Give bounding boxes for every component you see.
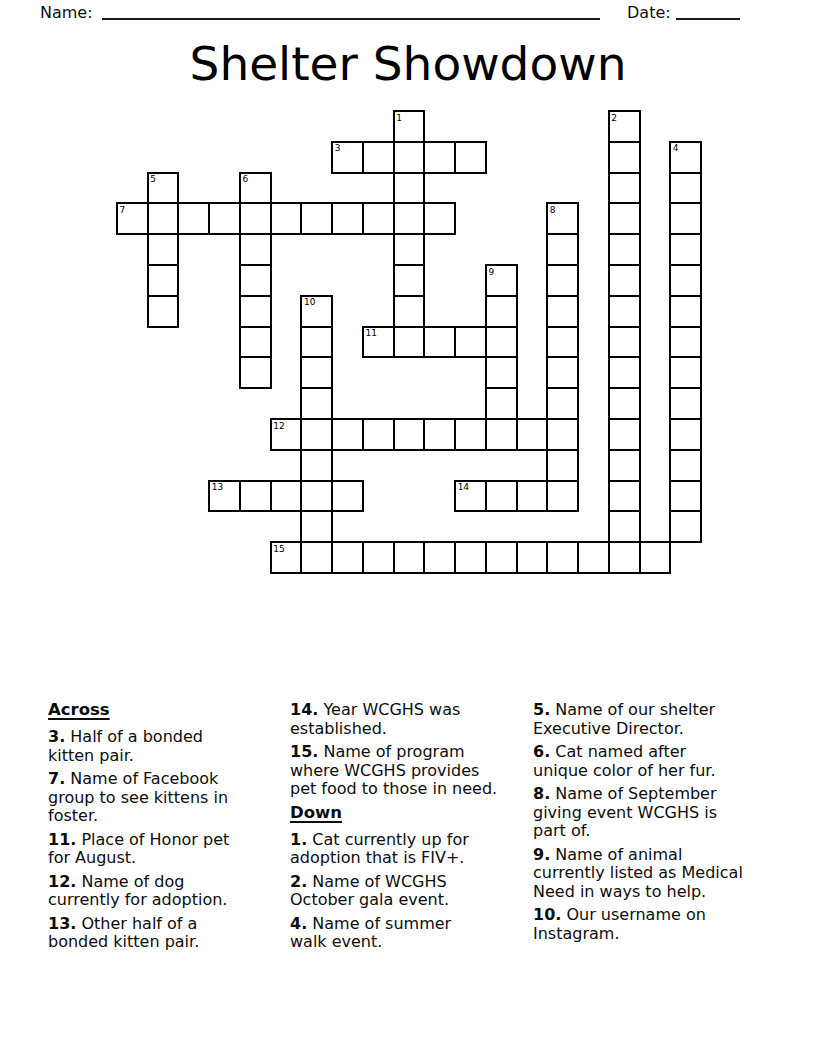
grid-cell-r10c16[interactable] (608, 418, 641, 451)
grid-cell-r1c10[interactable] (423, 141, 456, 174)
grid-cell-r9c16[interactable] (608, 387, 641, 420)
clue-down-8: 8. Name of September giving event WCGHS … (533, 785, 781, 841)
cell-number-6: 6 (242, 175, 248, 184)
grid-cell-r2c16[interactable] (608, 172, 641, 205)
cell-number-13: 13 (212, 483, 223, 492)
grid-cell-r12c5[interactable] (270, 480, 303, 513)
name-label: Name: (40, 3, 93, 22)
grid-cell-r4c9[interactable] (393, 233, 426, 266)
grid-cell-r13c16[interactable] (608, 510, 641, 543)
across-heading: Across (48, 701, 282, 720)
grid-cell-r3c2[interactable] (177, 202, 210, 235)
grid-cell-r4c4[interactable] (239, 233, 272, 266)
clue-number: 2. (290, 872, 307, 891)
grid-cell-r12c14[interactable] (546, 480, 579, 513)
cell-number-7: 7 (120, 206, 126, 215)
grid-cell-r6c18[interactable] (669, 295, 702, 328)
grid-cell-r1c9[interactable] (393, 141, 426, 174)
page-title: Shelter Showdown (0, 36, 816, 91)
grid-cell-r11c14[interactable] (546, 449, 579, 482)
clue-number: 8. (533, 784, 550, 803)
cell-number-2: 2 (611, 114, 617, 123)
clue-number: 11. (48, 830, 76, 849)
grid-cell-r3c7[interactable] (331, 202, 364, 235)
clue-across-7: 7. Name of Facebook group to see kittens… (48, 770, 282, 826)
clue-number: 10. (533, 905, 561, 924)
grid-cell-r6c12[interactable] (485, 295, 518, 328)
grid-cell-r2c18[interactable] (669, 172, 702, 205)
grid-cell-r3c5[interactable] (270, 202, 303, 235)
grid-cell-r14c14[interactable] (546, 541, 579, 574)
grid-cell-r3c8[interactable] (362, 202, 395, 235)
grid-cell-r3c3[interactable] (208, 202, 241, 235)
grid-cell-r8c4[interactable] (239, 356, 272, 389)
grid-cell-r12c12[interactable] (485, 480, 518, 513)
grid-cell-r10c18[interactable] (669, 418, 702, 451)
clue-down-5: 5. Name of our shelter Executive Directo… (533, 701, 781, 738)
grid-cell-r14c15[interactable] (577, 541, 610, 574)
grid-cell-r6c1[interactable] (147, 295, 180, 328)
grid-cell-r13c6[interactable] (300, 510, 333, 543)
clue-number: 9. (533, 845, 550, 864)
grid-cell-r4c14[interactable] (546, 233, 579, 266)
cell-number-1: 1 (396, 114, 402, 123)
grid-cell-r10c7[interactable] (331, 418, 364, 451)
cell-number-14: 14 (458, 483, 469, 492)
grid-cell-r13c18[interactable] (669, 510, 702, 543)
grid-cell-r3c9[interactable] (393, 202, 426, 235)
clue-number: 12. (48, 872, 76, 891)
grid-cell-r6c9[interactable] (393, 295, 426, 328)
grid-cell-r4c18[interactable] (669, 233, 702, 266)
grid-cell-r14c10[interactable] (423, 541, 456, 574)
grid-cell-r10c14[interactable] (546, 418, 579, 451)
crossword-grid: 123456789101112131415 (117, 111, 702, 574)
grid-cell-r12c6[interactable] (300, 480, 333, 513)
grid-cell-r4c16[interactable] (608, 233, 641, 266)
clue-column-1: Across3. Half of a bonded kitten pair.7.… (48, 701, 282, 957)
grid-cell-r7c10[interactable] (423, 326, 456, 359)
grid-cell-r5c18[interactable] (669, 264, 702, 297)
clue-across-14: 14. Year WCGHS was established. (290, 701, 528, 738)
grid-cell-r11c6[interactable] (300, 449, 333, 482)
grid-cell-r7c9[interactable] (393, 326, 426, 359)
grid-cell-r11c16[interactable] (608, 449, 641, 482)
cell-number-15: 15 (273, 545, 284, 554)
grid-cell-r8c16[interactable] (608, 356, 641, 389)
grid-cell-r7c16[interactable] (608, 326, 641, 359)
grid-cell-r12c7[interactable] (331, 480, 364, 513)
clue-across-13: 13. Other half of a bonded kitten pair. (48, 915, 282, 952)
clue-number: 4. (290, 914, 307, 933)
date-input-line[interactable] (676, 3, 740, 20)
grid-cell-r10c11[interactable] (454, 418, 487, 451)
grid-cell-r5c4[interactable] (239, 264, 272, 297)
grid-cell-r8c14[interactable] (546, 356, 579, 389)
grid-cell-r6c16[interactable] (608, 295, 641, 328)
grid-cell-r14c8[interactable] (362, 541, 395, 574)
grid-cell-r7c6[interactable] (300, 326, 333, 359)
grid-cell-r14c12[interactable] (485, 541, 518, 574)
name-input-line[interactable] (102, 3, 600, 20)
grid-cell-r14c11[interactable] (454, 541, 487, 574)
grid-cell-r14c6[interactable] (300, 541, 333, 574)
grid-cell-r5c9[interactable] (393, 264, 426, 297)
grid-cell-r3c6[interactable] (300, 202, 333, 235)
grid-cell-r10c13[interactable] (516, 418, 549, 451)
grid-cell-r6c4[interactable] (239, 295, 272, 328)
cell-number-8: 8 (550, 206, 556, 215)
grid-cell-r14c17[interactable] (639, 541, 672, 574)
clue-down-9: 9. Name of animal currently listed as Me… (533, 846, 781, 902)
clue-column-2: 14. Year WCGHS was established.15. Name … (290, 701, 528, 957)
grid-cell-r10c6[interactable] (300, 418, 333, 451)
grid-cell-r7c11[interactable] (454, 326, 487, 359)
clue-across-3: 3. Half of a bonded kitten pair. (48, 728, 282, 765)
grid-cell-r12c16[interactable] (608, 480, 641, 513)
grid-cell-r1c16[interactable] (608, 141, 641, 174)
grid-cell-r9c6[interactable] (300, 387, 333, 420)
grid-cell-r3c1[interactable] (147, 202, 180, 235)
clue-number: 6. (533, 742, 550, 761)
clue-number: 13. (48, 914, 76, 933)
grid-cell-r5c1[interactable] (147, 264, 180, 297)
grid-cell-r1c8[interactable] (362, 141, 395, 174)
clue-down-4: 4. Name of summer walk event. (290, 915, 528, 952)
clue-number: 15. (290, 742, 318, 761)
grid-cell-r12c18[interactable] (669, 480, 702, 513)
worksheet-page: Name: Date: Shelter Showdown 12345678910… (0, 0, 816, 1056)
cell-number-4: 4 (673, 144, 679, 153)
grid-cell-r14c7[interactable] (331, 541, 364, 574)
clue-across-12: 12. Name of dog currently for adoption. (48, 873, 282, 910)
grid-cell-r10c9[interactable] (393, 418, 426, 451)
clue-number: 5. (533, 700, 550, 719)
cell-number-3: 3 (335, 144, 341, 153)
grid-cell-r3c16[interactable] (608, 202, 641, 235)
date-label: Date: (627, 3, 671, 22)
down-heading: Down (290, 804, 528, 823)
clue-number: 3. (48, 727, 65, 746)
clue-down-6: 6. Cat named after unique color of her f… (533, 743, 781, 780)
clue-down-2: 2. Name of WCGHS October gala event. (290, 873, 528, 910)
clue-across-11: 11. Place of Honor pet for August. (48, 831, 282, 868)
grid-cell-r10c8[interactable] (362, 418, 395, 451)
grid-cell-r7c12[interactable] (485, 326, 518, 359)
grid-cell-r11c18[interactable] (669, 449, 702, 482)
clue-down-10: 10. Our username on Instagram. (533, 906, 781, 943)
cell-number-10: 10 (304, 298, 315, 307)
grid-cell-r5c14[interactable] (546, 264, 579, 297)
grid-cell-r5c16[interactable] (608, 264, 641, 297)
grid-cell-r14c9[interactable] (393, 541, 426, 574)
grid-cell-r6c14[interactable] (546, 295, 579, 328)
grid-cell-r12c4[interactable] (239, 480, 272, 513)
grid-cell-r8c12[interactable] (485, 356, 518, 389)
clue-across-15: 15. Name of program where WCGHS provides… (290, 743, 528, 799)
grid-cell-r1c11[interactable] (454, 141, 487, 174)
grid-cell-r4c1[interactable] (147, 233, 180, 266)
grid-cell-r8c18[interactable] (669, 356, 702, 389)
grid-cell-r8c6[interactable] (300, 356, 333, 389)
grid-cell-r14c13[interactable] (516, 541, 549, 574)
grid-cell-r10c10[interactable] (423, 418, 456, 451)
clue-number: 1. (290, 830, 307, 849)
grid-cell-r3c10[interactable] (423, 202, 456, 235)
cell-number-5: 5 (150, 175, 156, 184)
grid-cell-r2c9[interactable] (393, 172, 426, 205)
clue-number: 14. (290, 700, 318, 719)
grid-cell-r9c18[interactable] (669, 387, 702, 420)
clue-down-1: 1. Cat currently up for adoption that is… (290, 831, 528, 868)
clue-column-3: 5. Name of our shelter Executive Directo… (533, 701, 781, 948)
cell-number-11: 11 (365, 329, 376, 338)
grid-cell-r12c13[interactable] (516, 480, 549, 513)
grid-cell-r10c12[interactable] (485, 418, 518, 451)
clue-number: 7. (48, 769, 65, 788)
grid-cell-r3c4[interactable] (239, 202, 272, 235)
grid-cell-r7c4[interactable] (239, 326, 272, 359)
grid-cell-r7c18[interactable] (669, 326, 702, 359)
cell-number-12: 12 (273, 422, 284, 431)
grid-cell-r3c18[interactable] (669, 202, 702, 235)
grid-cell-r9c14[interactable] (546, 387, 579, 420)
grid-cell-r7c14[interactable] (546, 326, 579, 359)
grid-cell-r14c16[interactable] (608, 541, 641, 574)
cell-number-9: 9 (488, 268, 494, 277)
grid-cell-r9c12[interactable] (485, 387, 518, 420)
